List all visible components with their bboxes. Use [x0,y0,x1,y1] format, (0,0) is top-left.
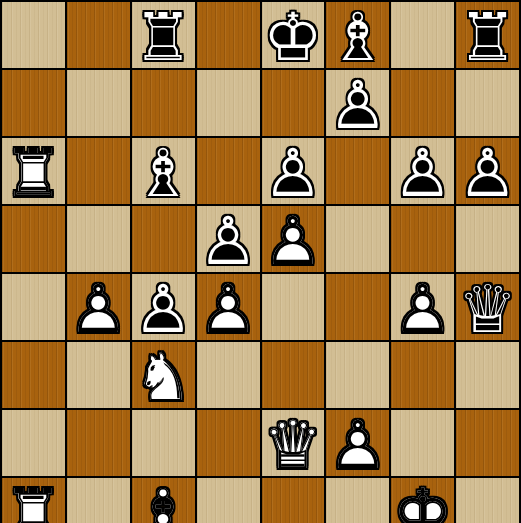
square-h8[interactable]: ♜♖ [456,2,519,68]
white-rook-icon: ♜♖ [2,481,65,523]
square-g4[interactable]: ♟♙ [391,274,454,340]
square-g5[interactable] [391,206,454,272]
square-b7[interactable] [67,70,130,136]
square-a4[interactable] [2,274,65,340]
square-b8[interactable] [67,2,130,68]
square-c5[interactable] [132,206,195,272]
square-e5[interactable]: ♟♙ [262,206,325,272]
white-pawn-icon: ♟♙ [262,209,325,275]
black-bishop-icon: ♝♗ [132,141,195,207]
black-bishop-icon: ♝♗ [326,5,389,71]
square-a3[interactable] [2,342,65,408]
square-g6[interactable]: ♟♙ [391,138,454,204]
black-pawn-icon: ♟♙ [456,141,519,207]
square-a2[interactable] [2,410,65,476]
square-b3[interactable] [67,342,130,408]
square-b2[interactable] [67,410,130,476]
square-h7[interactable] [456,70,519,136]
square-d2[interactable] [197,410,260,476]
square-f2[interactable]: ♟♙ [326,410,389,476]
square-e3[interactable] [262,342,325,408]
square-h1[interactable] [456,478,519,523]
square-a8[interactable] [2,2,65,68]
white-king-icon: ♚♔ [391,481,454,523]
square-b6[interactable] [67,138,130,204]
white-rook-icon: ♜♖ [2,141,65,207]
square-d5[interactable]: ♟♙ [197,206,260,272]
square-h5[interactable] [456,206,519,272]
square-f3[interactable] [326,342,389,408]
square-f5[interactable] [326,206,389,272]
chess-board: ♜♖♚♔♝♗♜♖♟♙♜♖♝♗♟♙♟♙♟♙♟♙♟♙♟♙♟♙♟♙♟♙♛♕♞♘♛♕♟♙… [0,0,521,523]
square-a7[interactable] [2,70,65,136]
square-g2[interactable] [391,410,454,476]
white-pawn-icon: ♟♙ [67,277,130,343]
white-pawn-icon: ♟♙ [197,277,260,343]
square-c4[interactable]: ♟♙ [132,274,195,340]
white-queen-icon: ♛♕ [262,413,325,479]
square-g7[interactable] [391,70,454,136]
square-b5[interactable] [67,206,130,272]
square-h4[interactable]: ♛♕ [456,274,519,340]
black-pawn-icon: ♟♙ [391,141,454,207]
white-bishop-icon: ♝♗ [132,481,195,523]
square-e7[interactable] [262,70,325,136]
square-d4[interactable]: ♟♙ [197,274,260,340]
square-b1[interactable] [67,478,130,523]
square-b4[interactable]: ♟♙ [67,274,130,340]
square-d8[interactable] [197,2,260,68]
square-h2[interactable] [456,410,519,476]
square-h3[interactable] [456,342,519,408]
square-c8[interactable]: ♜♖ [132,2,195,68]
square-f6[interactable] [326,138,389,204]
chess-board-frame: ♜♖♚♔♝♗♜♖♟♙♜♖♝♗♟♙♟♙♟♙♟♙♟♙♟♙♟♙♟♙♟♙♛♕♞♘♛♕♟♙… [0,0,521,523]
square-e6[interactable]: ♟♙ [262,138,325,204]
black-pawn-icon: ♟♙ [132,277,195,343]
square-a1[interactable]: ♜♖ [2,478,65,523]
square-g3[interactable] [391,342,454,408]
square-d3[interactable] [197,342,260,408]
black-king-icon: ♚♔ [262,5,325,71]
square-a6[interactable]: ♜♖ [2,138,65,204]
square-c6[interactable]: ♝♗ [132,138,195,204]
square-h6[interactable]: ♟♙ [456,138,519,204]
square-f4[interactable] [326,274,389,340]
square-d1[interactable] [197,478,260,523]
black-rook-icon: ♜♖ [456,5,519,71]
black-queen-icon: ♛♕ [456,277,519,343]
square-d7[interactable] [197,70,260,136]
square-f1[interactable] [326,478,389,523]
square-e2[interactable]: ♛♕ [262,410,325,476]
black-pawn-icon: ♟♙ [326,73,389,139]
square-f8[interactable]: ♝♗ [326,2,389,68]
square-d6[interactable] [197,138,260,204]
square-c2[interactable] [132,410,195,476]
square-e8[interactable]: ♚♔ [262,2,325,68]
square-g1[interactable]: ♚♔ [391,478,454,523]
black-pawn-icon: ♟♙ [197,209,260,275]
square-c3[interactable]: ♞♘ [132,342,195,408]
square-c7[interactable] [132,70,195,136]
square-c1[interactable]: ♝♗ [132,478,195,523]
square-a5[interactable] [2,206,65,272]
square-e4[interactable] [262,274,325,340]
square-f7[interactable]: ♟♙ [326,70,389,136]
square-e1[interactable] [262,478,325,523]
white-pawn-icon: ♟♙ [326,413,389,479]
black-rook-icon: ♜♖ [132,5,195,71]
white-pawn-icon: ♟♙ [391,277,454,343]
white-knight-icon: ♞♘ [132,345,195,411]
square-g8[interactable] [391,2,454,68]
black-pawn-icon: ♟♙ [262,141,325,207]
